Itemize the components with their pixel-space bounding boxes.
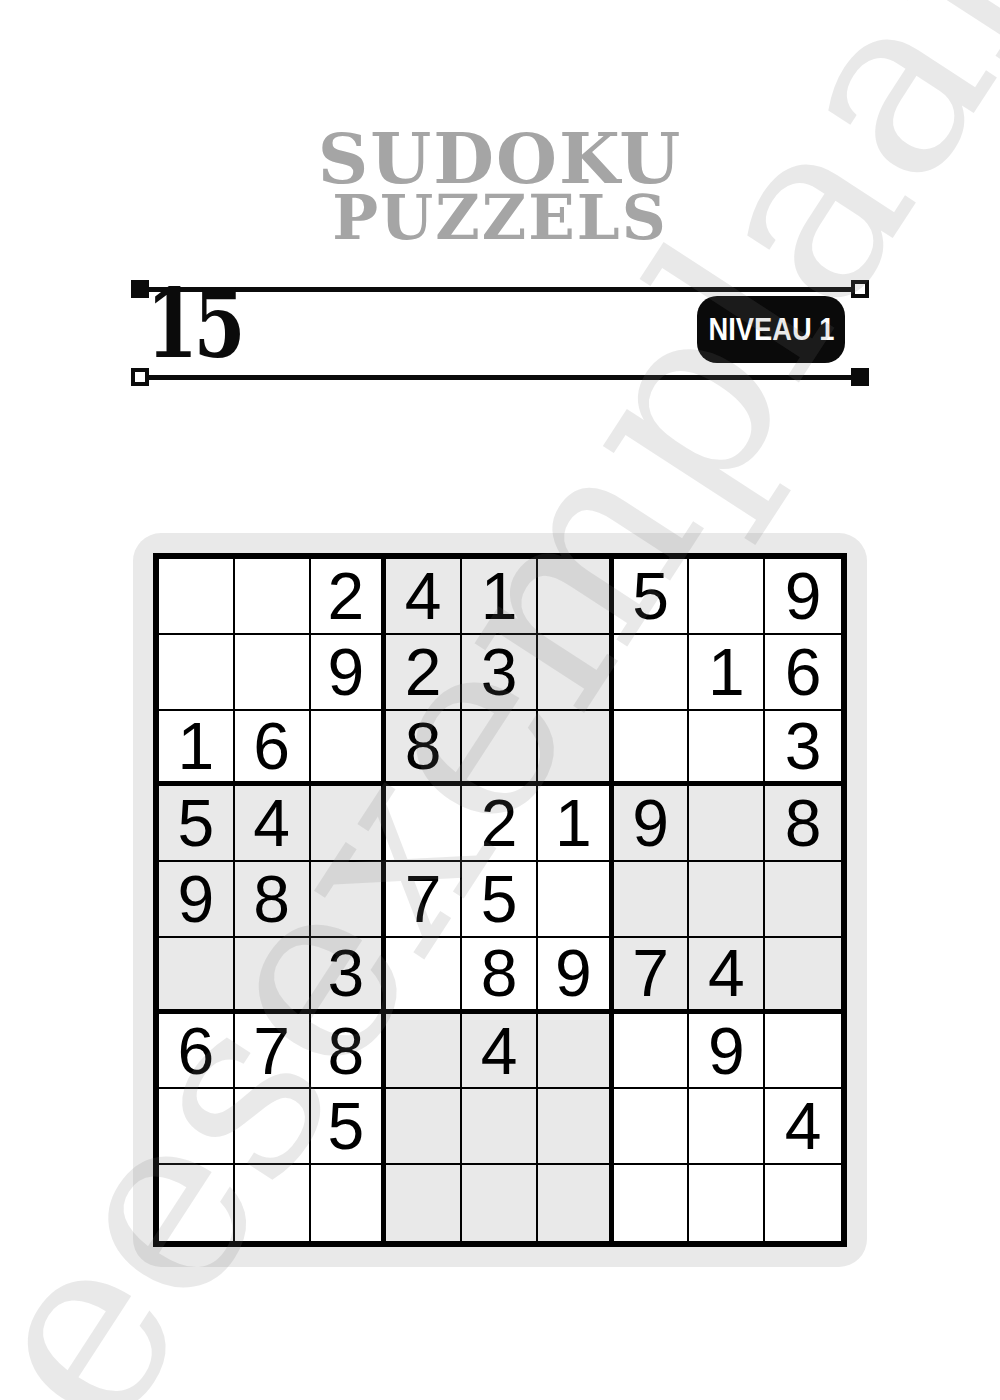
sudoku-cell-r3c9: 3 <box>765 711 841 787</box>
sudoku-cell-r7c2: 7 <box>235 1014 311 1090</box>
header-rule-top <box>149 287 851 292</box>
sudoku-cell-r2c5: 3 <box>462 635 538 711</box>
sudoku-cell-r9c8 <box>689 1165 765 1241</box>
sudoku-cell-r9c6 <box>538 1165 614 1241</box>
sudoku-cell-r9c9 <box>765 1165 841 1241</box>
sudoku-cell-r9c3 <box>311 1165 387 1241</box>
sudoku-cell-r2c9: 6 <box>765 635 841 711</box>
sudoku-cell-r3c6 <box>538 711 614 787</box>
sudoku-cell-r8c1 <box>159 1089 235 1165</box>
sudoku-cell-r8c5 <box>462 1089 538 1165</box>
level-badge-label: NIVEAU 1 <box>708 312 834 348</box>
sudoku-cell-r1c8 <box>689 559 765 635</box>
sudoku-cell-r1c9: 9 <box>765 559 841 635</box>
sudoku-cell-r3c1: 1 <box>159 711 235 787</box>
sudoku-cell-r5c3 <box>311 862 387 938</box>
sudoku-cell-r5c2: 8 <box>235 862 311 938</box>
title-line-puzzels: PUZZELS <box>0 189 1000 247</box>
sudoku-cell-r7c1: 6 <box>159 1014 235 1090</box>
rule-endpoint-hollow-square-icon <box>851 280 869 298</box>
sudoku-cell-r4c4 <box>386 786 462 862</box>
sudoku-cell-r7c3: 8 <box>311 1014 387 1090</box>
level-badge: NIVEAU 1 <box>697 296 845 363</box>
sudoku-cell-r5c1: 9 <box>159 862 235 938</box>
sudoku-cell-r4c6: 1 <box>538 786 614 862</box>
sudoku-cell-r6c4 <box>386 938 462 1014</box>
sudoku-cell-r9c7 <box>614 1165 690 1241</box>
sudoku-cell-r4c9: 8 <box>765 786 841 862</box>
sudoku-cell-r7c8: 9 <box>689 1014 765 1090</box>
sudoku-cell-r8c6 <box>538 1089 614 1165</box>
puzzle-number: 15 <box>146 276 241 372</box>
sudoku-cell-r6c7: 7 <box>614 938 690 1014</box>
sudoku-cell-r8c4 <box>386 1089 462 1165</box>
sudoku-cell-r6c1 <box>159 938 235 1014</box>
sudoku-cell-r4c3 <box>311 786 387 862</box>
sudoku-cell-r6c9 <box>765 938 841 1014</box>
sudoku-cell-r4c1: 5 <box>159 786 235 862</box>
sudoku-cell-r1c6 <box>538 559 614 635</box>
sudoku-cell-r1c1 <box>159 559 235 635</box>
sudoku-cell-r8c8 <box>689 1089 765 1165</box>
sudoku-cell-r2c6 <box>538 635 614 711</box>
sudoku-cell-r2c3: 9 <box>311 635 387 711</box>
sudoku-cell-r3c5 <box>462 711 538 787</box>
sudoku-cell-r5c7 <box>614 862 690 938</box>
sudoku-cell-r6c5: 8 <box>462 938 538 1014</box>
sudoku-cell-r6c8: 4 <box>689 938 765 1014</box>
sudoku-cell-r5c5: 5 <box>462 862 538 938</box>
sudoku-cell-r9c5 <box>462 1165 538 1241</box>
sudoku-cell-r5c8 <box>689 862 765 938</box>
sudoku-cell-r5c6 <box>538 862 614 938</box>
sudoku-cell-r1c5: 1 <box>462 559 538 635</box>
header-rule-bottom <box>149 375 851 380</box>
sudoku-cell-r8c2 <box>235 1089 311 1165</box>
sudoku-cell-r4c5: 2 <box>462 786 538 862</box>
sudoku-cell-r3c7 <box>614 711 690 787</box>
sudoku-cell-r3c3 <box>311 711 387 787</box>
sudoku-cell-r1c3: 2 <box>311 559 387 635</box>
sudoku-cell-r8c9: 4 <box>765 1089 841 1165</box>
sudoku-grid: 241599231616835421989875389746784954 <box>153 553 847 1247</box>
sudoku-cell-r4c7: 9 <box>614 786 690 862</box>
sudoku-cell-r8c7 <box>614 1089 690 1165</box>
sudoku-cell-r3c2: 6 <box>235 711 311 787</box>
page: SUDOKU PUZZELS 15 NIVEAU 1 2415992316168… <box>0 0 1000 1400</box>
sudoku-cell-r6c3: 3 <box>311 938 387 1014</box>
sudoku-cell-r7c4 <box>386 1014 462 1090</box>
sudoku-cell-r8c3: 5 <box>311 1089 387 1165</box>
sudoku-cell-r1c4: 4 <box>386 559 462 635</box>
rule-endpoint-filled-square-icon <box>851 368 869 386</box>
sudoku-cell-r6c6: 9 <box>538 938 614 1014</box>
sudoku-cell-r7c9 <box>765 1014 841 1090</box>
sudoku-cell-r7c5: 4 <box>462 1014 538 1090</box>
sudoku-cell-r7c6 <box>538 1014 614 1090</box>
sudoku-cell-r9c4 <box>386 1165 462 1241</box>
page-title: SUDOKU PUZZELS <box>0 126 1000 246</box>
sudoku-cell-r4c2: 4 <box>235 786 311 862</box>
sudoku-cell-r2c4: 2 <box>386 635 462 711</box>
sudoku-cell-r1c2 <box>235 559 311 635</box>
sudoku-cell-r5c4: 7 <box>386 862 462 938</box>
sudoku-cell-r2c8: 1 <box>689 635 765 711</box>
sudoku-cell-r9c1 <box>159 1165 235 1241</box>
sudoku-board-frame: 241599231616835421989875389746784954 <box>133 533 867 1267</box>
sudoku-cell-r9c2 <box>235 1165 311 1241</box>
sudoku-cell-r6c2 <box>235 938 311 1014</box>
sudoku-cell-r3c8 <box>689 711 765 787</box>
sudoku-cell-r2c1 <box>159 635 235 711</box>
sudoku-cell-r1c7: 5 <box>614 559 690 635</box>
sudoku-cell-r5c9 <box>765 862 841 938</box>
sudoku-cell-r3c4: 8 <box>386 711 462 787</box>
sudoku-cell-r7c7 <box>614 1014 690 1090</box>
sudoku-cell-r4c8 <box>689 786 765 862</box>
sudoku-cell-r2c7 <box>614 635 690 711</box>
sudoku-cell-r2c2 <box>235 635 311 711</box>
